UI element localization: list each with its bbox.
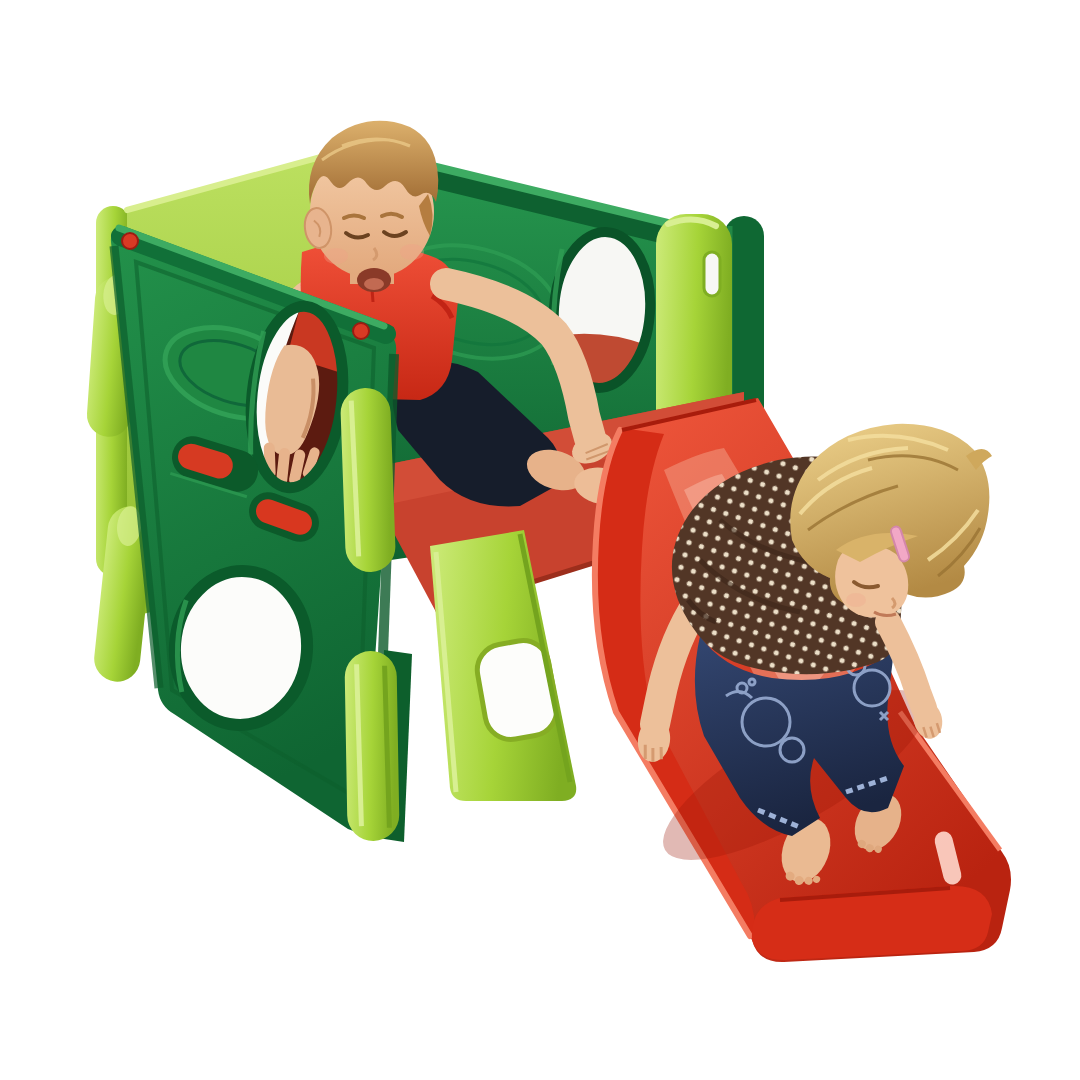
inner-handle-right <box>340 387 396 573</box>
product-photo <box>0 0 1080 1080</box>
leg-hand-hole <box>473 636 561 743</box>
activity-gym-illustration <box>0 0 1080 1080</box>
boy-cheek-left <box>324 248 348 264</box>
front-right-post <box>344 651 399 842</box>
rivet-left <box>122 233 138 249</box>
rivet-right <box>353 323 369 339</box>
boy-mouth <box>357 268 391 292</box>
front-porthole-lower <box>170 567 312 730</box>
post-slot <box>704 252 720 296</box>
boy-cheek-right <box>400 244 424 260</box>
girl-cheek <box>846 593 866 607</box>
